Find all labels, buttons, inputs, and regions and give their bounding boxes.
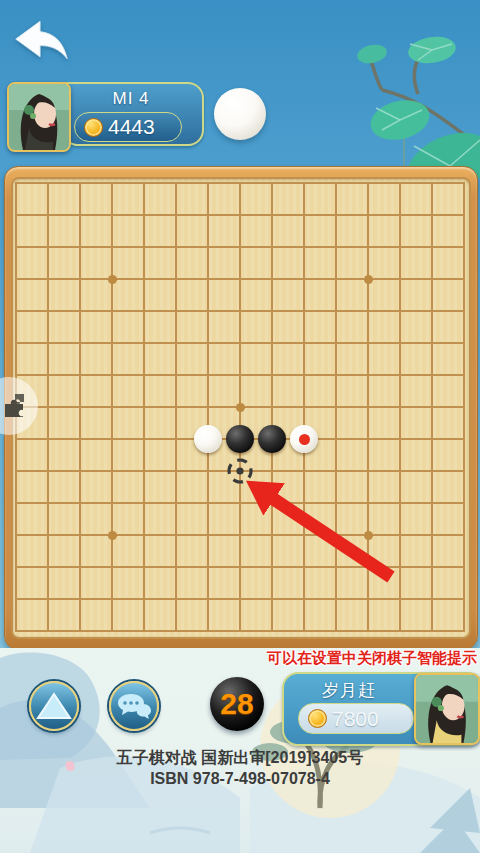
puzzle-piece-icon	[1, 391, 31, 421]
gomoku-board[interactable]	[0, 167, 480, 647]
star-point	[108, 275, 117, 284]
coin-pill-bottom: 7800	[298, 703, 414, 734]
player-name-top: MI 4	[64, 89, 198, 109]
footer-license-line: 五子棋对战 国新出审[2019]3405号	[0, 748, 480, 769]
smart-hint-notice: 可以在设置中关闭棋子智能提示	[267, 649, 477, 668]
avatar-bottom[interactable]	[414, 673, 480, 745]
triangle-up-icon	[36, 691, 72, 721]
hint-target-marker[interactable]	[225, 456, 255, 486]
stone-white	[290, 425, 318, 453]
coin-pill-top: 4443	[74, 112, 182, 142]
move-timer: 28	[210, 677, 264, 731]
stone-white	[194, 425, 222, 453]
coin-value-top: 4443	[108, 115, 155, 139]
back-button[interactable]	[12, 16, 72, 66]
coin-value-bottom: 7800	[332, 707, 379, 731]
current-stone-indicator-white	[214, 88, 266, 140]
coin-icon	[84, 118, 103, 137]
stone-black	[226, 425, 254, 453]
chat-bubbles-icon	[117, 692, 151, 720]
star-point	[236, 403, 245, 412]
star-point	[108, 531, 117, 540]
player-name-bottom: 岁月赶	[286, 679, 412, 702]
avatar-top[interactable]	[7, 82, 71, 152]
footer-isbn-line: ISBN 978-7-498-07078-4	[0, 770, 480, 788]
collapse-button[interactable]	[29, 681, 79, 731]
chat-button[interactable]	[109, 681, 159, 731]
timer-seconds: 28	[220, 687, 253, 721]
star-point	[364, 531, 373, 540]
gomoku-game-screen: { "game": "gomoku", "game_title_cn": "五子…	[0, 0, 480, 853]
last-move-marker	[299, 434, 310, 445]
coin-icon	[308, 709, 327, 728]
back-arrow-icon	[16, 21, 67, 58]
star-point	[364, 275, 373, 284]
stone-black	[258, 425, 286, 453]
